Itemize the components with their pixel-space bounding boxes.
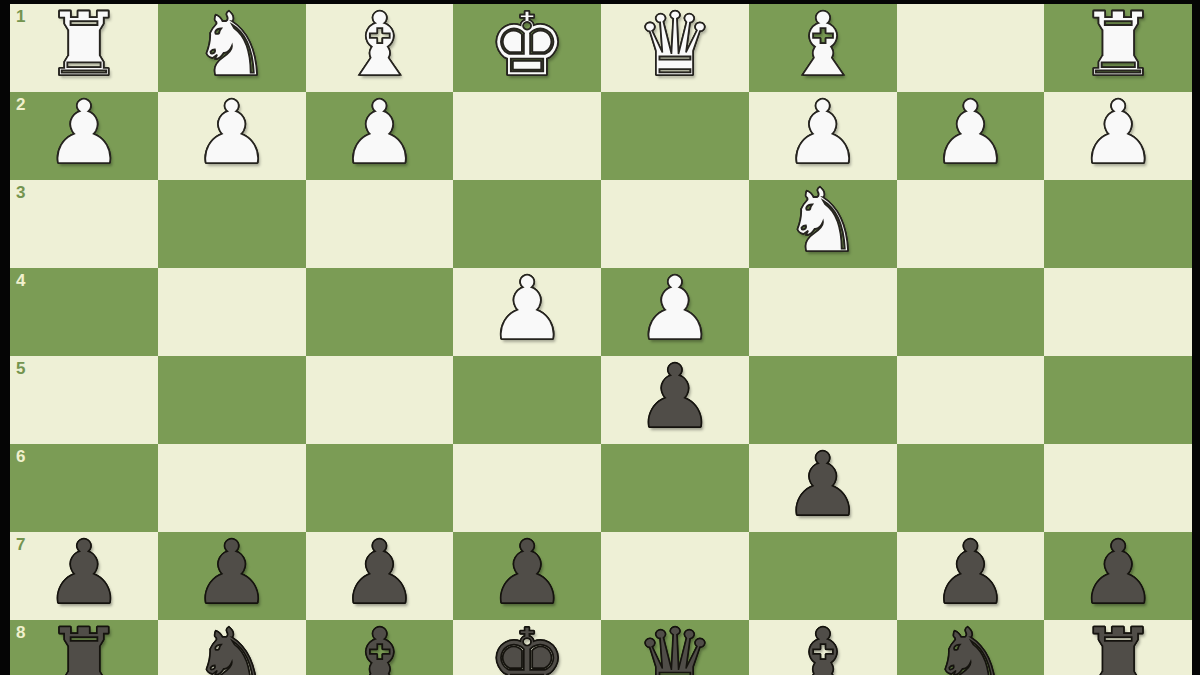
square-f7[interactable]: ♟ — [306, 532, 454, 620]
square-g7[interactable]: ♟ — [158, 532, 306, 620]
square-c6[interactable]: ♟ — [749, 444, 897, 532]
square-g6[interactable] — [158, 444, 306, 532]
square-c5[interactable] — [749, 356, 897, 444]
square-f5[interactable] — [306, 356, 454, 444]
black-pawn-piece[interactable]: ♟ — [1079, 529, 1158, 617]
square-d8[interactable]: ♛d — [601, 620, 749, 675]
black-pawn-piece[interactable]: ♟ — [931, 529, 1010, 617]
black-bishop-piece[interactable]: ♝ — [783, 617, 862, 675]
black-bishop-piece[interactable]: ♝ — [340, 617, 419, 675]
square-h7[interactable]: 7♟ — [10, 532, 158, 620]
white-pawn-piece[interactable]: ♟ — [1079, 89, 1158, 177]
square-a6[interactable] — [1044, 444, 1192, 532]
black-knight-piece[interactable]: ♞ — [192, 617, 271, 675]
square-e6[interactable] — [453, 444, 601, 532]
black-pawn-piece[interactable]: ♟ — [635, 353, 714, 441]
square-b5[interactable] — [897, 356, 1045, 444]
square-a2[interactable]: ♟ — [1044, 92, 1192, 180]
square-g8[interactable]: ♞g — [158, 620, 306, 675]
square-c3[interactable]: ♞ — [749, 180, 897, 268]
square-g5[interactable] — [158, 356, 306, 444]
square-f8[interactable]: ♝f — [306, 620, 454, 675]
black-pawn-piece[interactable]: ♟ — [192, 529, 271, 617]
square-d6[interactable] — [601, 444, 749, 532]
square-d7[interactable] — [601, 532, 749, 620]
rank-label-3: 3 — [16, 184, 25, 201]
square-e5[interactable] — [453, 356, 601, 444]
white-pawn-piece[interactable]: ♟ — [340, 89, 419, 177]
square-c2[interactable]: ♟ — [749, 92, 897, 180]
white-pawn-piece[interactable]: ♟ — [192, 89, 271, 177]
white-pawn-piece[interactable]: ♟ — [783, 89, 862, 177]
square-c1[interactable]: ♝ — [749, 4, 897, 92]
square-e8[interactable]: ♚e — [453, 620, 601, 675]
square-e1[interactable]: ♚ — [453, 4, 601, 92]
black-pawn-piece[interactable]: ♟ — [340, 529, 419, 617]
white-knight-piece[interactable]: ♞ — [192, 1, 271, 89]
white-rook-piece[interactable]: ♜ — [1079, 1, 1158, 89]
square-a7[interactable]: ♟ — [1044, 532, 1192, 620]
black-queen-piece[interactable]: ♛ — [635, 617, 714, 675]
square-b3[interactable] — [897, 180, 1045, 268]
black-king-piece[interactable]: ♚ — [488, 617, 567, 675]
black-pawn-piece[interactable]: ♟ — [783, 441, 862, 529]
square-f6[interactable] — [306, 444, 454, 532]
square-b8[interactable]: ♞b — [897, 620, 1045, 675]
square-g2[interactable]: ♟ — [158, 92, 306, 180]
square-d2[interactable] — [601, 92, 749, 180]
white-pawn-piece[interactable]: ♟ — [635, 265, 714, 353]
white-pawn-piece[interactable]: ♟ — [488, 265, 567, 353]
square-e2[interactable] — [453, 92, 601, 180]
square-a3[interactable] — [1044, 180, 1192, 268]
square-c8[interactable]: ♝c — [749, 620, 897, 675]
square-h3[interactable]: 3 — [10, 180, 158, 268]
rank-label-1: 1 — [16, 8, 25, 25]
square-e7[interactable]: ♟ — [453, 532, 601, 620]
square-g3[interactable] — [158, 180, 306, 268]
rank-label-2: 2 — [16, 96, 25, 113]
square-a5[interactable] — [1044, 356, 1192, 444]
square-d5[interactable]: ♟ — [601, 356, 749, 444]
square-d4[interactable]: ♟ — [601, 268, 749, 356]
square-g1[interactable]: ♞ — [158, 4, 306, 92]
white-king-piece[interactable]: ♚ — [488, 1, 567, 89]
rank-label-8: 8 — [16, 624, 25, 641]
rank-label-6: 6 — [16, 448, 25, 465]
square-g4[interactable] — [158, 268, 306, 356]
square-c4[interactable] — [749, 268, 897, 356]
black-knight-piece[interactable]: ♞ — [931, 617, 1010, 675]
square-h1[interactable]: 1♜ — [10, 4, 158, 92]
square-f4[interactable] — [306, 268, 454, 356]
square-a1[interactable]: ♜ — [1044, 4, 1192, 92]
square-b2[interactable]: ♟ — [897, 92, 1045, 180]
white-bishop-piece[interactable]: ♝ — [783, 1, 862, 89]
square-c7[interactable] — [749, 532, 897, 620]
rank-label-4: 4 — [16, 272, 25, 289]
square-d3[interactable] — [601, 180, 749, 268]
black-rook-piece[interactable]: ♜ — [44, 617, 123, 675]
square-a4[interactable] — [1044, 268, 1192, 356]
square-f3[interactable] — [306, 180, 454, 268]
square-b6[interactable] — [897, 444, 1045, 532]
white-pawn-piece[interactable]: ♟ — [931, 89, 1010, 177]
square-f2[interactable]: ♟ — [306, 92, 454, 180]
white-rook-piece[interactable]: ♜ — [44, 1, 123, 89]
square-h5[interactable]: 5 — [10, 356, 158, 444]
square-h8[interactable]: 8♜h — [10, 620, 158, 675]
square-f1[interactable]: ♝ — [306, 4, 454, 92]
black-pawn-piece[interactable]: ♟ — [44, 529, 123, 617]
square-e4[interactable]: ♟ — [453, 268, 601, 356]
black-rook-piece[interactable]: ♜ — [1079, 617, 1158, 675]
white-pawn-piece[interactable]: ♟ — [44, 89, 123, 177]
square-b7[interactable]: ♟ — [897, 532, 1045, 620]
square-h4[interactable]: 4 — [10, 268, 158, 356]
square-e3[interactable] — [453, 180, 601, 268]
white-queen-piece[interactable]: ♛ — [635, 1, 714, 89]
square-d1[interactable]: ♛ — [601, 4, 749, 92]
chess-board: 1♜♞♝♚♛♝♜2♟♟♟♟♟♟3♞4♟♟5♟6♟7♟♟♟♟♟♟8♜h♞g♝f♚e… — [10, 4, 1192, 670]
white-knight-piece[interactable]: ♞ — [783, 177, 862, 265]
square-b4[interactable] — [897, 268, 1045, 356]
black-pawn-piece[interactable]: ♟ — [488, 529, 567, 617]
square-h6[interactable]: 6 — [10, 444, 158, 532]
square-h2[interactable]: 2♟ — [10, 92, 158, 180]
square-b1[interactable] — [897, 4, 1045, 92]
rank-label-7: 7 — [16, 536, 25, 553]
rank-label-5: 5 — [16, 360, 25, 377]
white-bishop-piece[interactable]: ♝ — [340, 1, 419, 89]
square-a8[interactable]: ♜a — [1044, 620, 1192, 675]
